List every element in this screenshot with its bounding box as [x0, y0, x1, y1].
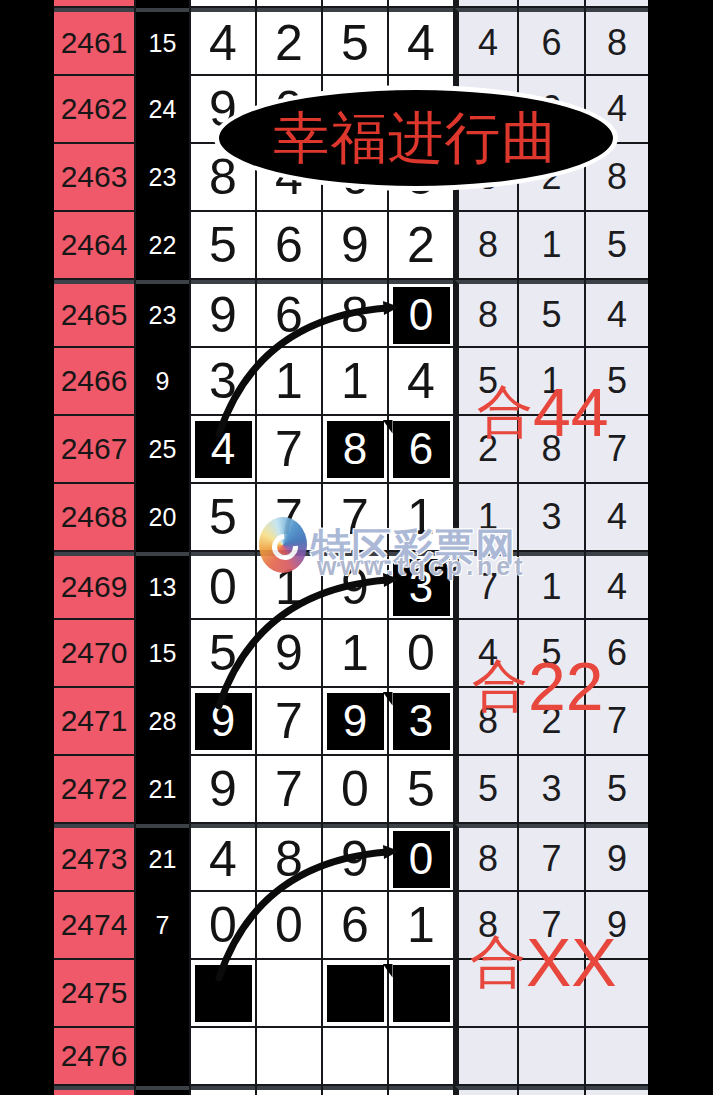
title-ellipse-text: 幸福进行曲 [274, 110, 559, 166]
sliver-cell [519, 1086, 584, 1095]
sum-cell: 23 [136, 280, 189, 346]
extra-cell: 8 [586, 8, 648, 74]
highlight-square: 0 [393, 287, 450, 344]
annotation-prefix: 合 [477, 384, 533, 440]
highlight-square: 3 [393, 693, 450, 750]
issue-cell: 2473 [54, 824, 134, 890]
digit-cell: 6 [389, 416, 453, 482]
sum-cell: 9 [136, 348, 189, 414]
digit-cell: 8 [257, 824, 321, 890]
sliver-cell [54, 0, 134, 6]
extra-cell: 1 [519, 212, 584, 278]
digit-cell: 9 [191, 756, 255, 822]
sliver-cell [191, 1086, 255, 1095]
sum-cell: 24 [136, 76, 189, 142]
digit-cell: 8 [323, 416, 387, 482]
extra-cell: 5 [586, 212, 648, 278]
digit-cell: 4 [389, 8, 453, 74]
extra-cell: 5 [519, 280, 584, 346]
empty-cell [519, 1028, 584, 1084]
empty-cell [389, 1028, 453, 1084]
sliver-cell [257, 1086, 321, 1095]
highlight-square: 9 [195, 693, 252, 750]
digit-cell: 4 [191, 824, 255, 890]
highlight-square: 6 [393, 421, 450, 478]
issue-cell: 2470 [54, 620, 134, 686]
sliver-cell [136, 1086, 189, 1095]
issue-cell: 2462 [54, 76, 134, 142]
digit-cell: 6 [257, 212, 321, 278]
digit-cell: 4 [191, 416, 255, 482]
digit-cell: 5 [389, 756, 453, 822]
extra-cell: 4 [586, 552, 648, 618]
sliver-cell [389, 1086, 453, 1095]
sliver-cell [389, 0, 453, 6]
digit-cell: 9 [191, 280, 255, 346]
lottery-trend-chart: 2461154254468246224907860424632384655282… [0, 0, 713, 1095]
extra-cell: 5 [455, 756, 517, 822]
extra-cell: 3 [519, 756, 584, 822]
extra-cell: 7 [519, 824, 584, 890]
digit-cell: 0 [257, 892, 321, 958]
digit-cell: 3 [191, 348, 255, 414]
highlight-square: 8 [327, 421, 384, 478]
sum-cell: 22 [136, 212, 189, 278]
sum-cell: 28 [136, 688, 189, 754]
sliver-cell [191, 0, 255, 6]
digit-cell: 0 [323, 756, 387, 822]
digit-cell: 9 [323, 688, 387, 754]
highlight-square [195, 965, 252, 1022]
extra-cell: 6 [519, 8, 584, 74]
annotation-value: 22 [528, 652, 604, 720]
extra-cell: 9 [586, 824, 648, 890]
digit-cell: 5 [191, 484, 255, 550]
empty-cell [323, 1028, 387, 1084]
sum-cell: 13 [136, 552, 189, 618]
empty-cell [257, 960, 321, 1026]
highlight-square: 9 [327, 693, 384, 750]
empty-cell [455, 1028, 517, 1084]
annotation-he44: 合44 [477, 378, 609, 446]
digit-cell: 1 [323, 348, 387, 414]
digit-cell: 0 [389, 824, 453, 890]
digit-cell: 5 [323, 8, 387, 74]
extra-cell: 5 [586, 756, 648, 822]
digit-cell [191, 960, 255, 1026]
digit-cell: 9 [257, 620, 321, 686]
digit-cell: 4 [389, 348, 453, 414]
digit-cell: 1 [257, 348, 321, 414]
sliver-cell [257, 0, 321, 6]
issue-cell: 2466 [54, 348, 134, 414]
annotation-heXX: 合XX [470, 928, 617, 996]
digit-cell: 6 [323, 892, 387, 958]
issue-cell: 2476 [54, 1028, 134, 1084]
digit-cell: 0 [191, 892, 255, 958]
sliver-cell [54, 1086, 134, 1095]
digit-cell: 9 [323, 824, 387, 890]
issue-cell: 2472 [54, 756, 134, 822]
issue-cell: 2475 [54, 960, 134, 1026]
sum-cell [136, 1028, 189, 1084]
extra-cell: 4 [586, 484, 648, 550]
sliver-cell [323, 1086, 387, 1095]
sum-cell [136, 960, 189, 1026]
digit-cell: 5 [191, 620, 255, 686]
empty-cell [586, 1028, 648, 1084]
sliver-cell [455, 1086, 517, 1095]
sum-cell: 23 [136, 144, 189, 210]
sum-cell: 25 [136, 416, 189, 482]
digit-cell: 7 [257, 416, 321, 482]
extra-cell: 3 [519, 484, 584, 550]
digit-cell: 2 [389, 212, 453, 278]
issue-cell: 2474 [54, 892, 134, 958]
sum-cell: 15 [136, 8, 189, 74]
digit-cell: 7 [257, 756, 321, 822]
sliver-cell [519, 0, 584, 6]
digit-cell [323, 960, 387, 1026]
digit-cell: 9 [191, 688, 255, 754]
empty-cell [257, 1028, 321, 1084]
annotation-prefix: 合 [470, 934, 526, 990]
extra-cell: 1 [519, 552, 584, 618]
issue-cell: 2467 [54, 416, 134, 482]
extra-cell: 8 [455, 280, 517, 346]
issue-cell: 2465 [54, 280, 134, 346]
watermark-url: www.tqcp.net [317, 552, 527, 581]
extra-cell: 4 [586, 280, 648, 346]
title-ellipse: 幸福进行曲 [214, 85, 618, 191]
sum-cell: 15 [136, 620, 189, 686]
digit-cell: 1 [323, 620, 387, 686]
digit-cell: 3 [389, 688, 453, 754]
sum-cell: 21 [136, 824, 189, 890]
digit-cell: 8 [323, 280, 387, 346]
highlight-square [327, 965, 384, 1022]
issue-cell: 2469 [54, 552, 134, 618]
issue-cell: 2471 [54, 688, 134, 754]
digit-cell: 1 [389, 892, 453, 958]
digit-cell: 0 [191, 552, 255, 618]
sliver-cell [586, 1086, 648, 1095]
digit-cell: 6 [257, 280, 321, 346]
extra-cell: 8 [455, 212, 517, 278]
sliver-cell [586, 0, 648, 6]
annotation-he22: 合22 [472, 652, 604, 720]
digit-cell: 5 [191, 212, 255, 278]
issue-cell: 2468 [54, 484, 134, 550]
annotation-prefix: 合 [472, 658, 528, 714]
issue-cell: 2463 [54, 144, 134, 210]
sum-cell: 20 [136, 484, 189, 550]
highlight-square: 0 [393, 831, 450, 888]
sliver-cell [136, 0, 189, 6]
extra-cell: 4 [455, 8, 517, 74]
issue-cell: 2461 [54, 8, 134, 74]
sum-cell: 7 [136, 892, 189, 958]
digit-cell: 2 [257, 8, 321, 74]
sum-cell: 21 [136, 756, 189, 822]
issue-cell: 2464 [54, 212, 134, 278]
annotation-value: 44 [533, 378, 609, 446]
sliver-cell [323, 0, 387, 6]
digit-cell: 0 [389, 280, 453, 346]
digit-cell: 7 [257, 688, 321, 754]
digit-cell [389, 960, 453, 1026]
annotation-value: XX [526, 928, 617, 996]
empty-cell [191, 1028, 255, 1084]
sliver-cell [455, 0, 517, 6]
highlight-square: 4 [195, 421, 252, 478]
tqcp-logo-icon [259, 517, 307, 573]
digit-cell: 0 [389, 620, 453, 686]
highlight-square [393, 965, 450, 1022]
extra-cell: 8 [455, 824, 517, 890]
digit-cell: 9 [323, 212, 387, 278]
digit-cell: 4 [191, 8, 255, 74]
